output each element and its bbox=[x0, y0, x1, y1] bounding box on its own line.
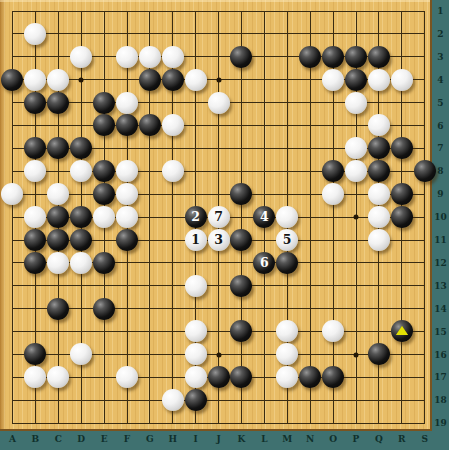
intersection-N8[interactable] bbox=[299, 160, 322, 183]
intersection-Q14[interactable] bbox=[367, 297, 390, 320]
intersection-G1[interactable] bbox=[138, 0, 161, 22]
intersection-Q10[interactable] bbox=[367, 206, 390, 229]
intersection-O4[interactable] bbox=[322, 68, 345, 91]
intersection-D18[interactable] bbox=[70, 389, 93, 412]
stone-black-K3[interactable] bbox=[230, 46, 252, 68]
intersection-M13[interactable] bbox=[276, 274, 299, 297]
intersection-G4[interactable] bbox=[138, 68, 161, 91]
intersection-K18[interactable] bbox=[230, 389, 253, 412]
stone-white-F9[interactable] bbox=[116, 183, 138, 205]
intersection-M18[interactable] bbox=[276, 389, 299, 412]
intersection-E16[interactable] bbox=[93, 343, 116, 366]
intersection-F7[interactable] bbox=[116, 137, 139, 160]
intersection-I10[interactable]: 2 bbox=[184, 206, 207, 229]
intersection-R16[interactable] bbox=[390, 343, 413, 366]
intersection-F1[interactable] bbox=[116, 0, 139, 22]
intersection-C5[interactable] bbox=[47, 91, 70, 114]
intersection-B4[interactable] bbox=[24, 68, 47, 91]
intersection-O17[interactable] bbox=[322, 366, 345, 389]
intersection-K10[interactable] bbox=[230, 206, 253, 229]
intersection-H14[interactable] bbox=[161, 297, 184, 320]
intersection-E6[interactable] bbox=[93, 114, 116, 137]
intersection-R15[interactable] bbox=[390, 320, 413, 343]
intersection-D14[interactable] bbox=[70, 297, 93, 320]
intersection-L2[interactable] bbox=[253, 22, 276, 45]
intersection-Q4[interactable] bbox=[367, 68, 390, 91]
intersection-B12[interactable] bbox=[24, 251, 47, 274]
intersection-I11[interactable]: 1 bbox=[184, 228, 207, 251]
stone-black-C7[interactable] bbox=[47, 137, 69, 159]
intersection-Q6[interactable] bbox=[367, 114, 390, 137]
intersection-O12[interactable] bbox=[322, 251, 345, 274]
stone-white-C12[interactable] bbox=[47, 252, 69, 274]
intersection-P7[interactable] bbox=[344, 137, 367, 160]
intersection-B13[interactable] bbox=[24, 274, 47, 297]
stone-black-E8[interactable] bbox=[93, 160, 115, 182]
intersection-Q15[interactable] bbox=[367, 320, 390, 343]
intersection-A1[interactable] bbox=[1, 0, 24, 22]
intersection-L13[interactable] bbox=[253, 274, 276, 297]
intersection-R2[interactable] bbox=[390, 22, 413, 45]
intersection-F11[interactable] bbox=[116, 228, 139, 251]
stone-black-P4[interactable] bbox=[345, 69, 367, 91]
stone-black-B7[interactable] bbox=[24, 137, 46, 159]
intersection-I6[interactable] bbox=[184, 114, 207, 137]
intersection-R11[interactable] bbox=[390, 228, 413, 251]
intersection-A18[interactable] bbox=[1, 389, 24, 412]
stone-white-Q4[interactable] bbox=[368, 69, 390, 91]
stone-white-C17[interactable] bbox=[47, 366, 69, 388]
stone-white-Q10[interactable] bbox=[368, 206, 390, 228]
intersection-Q8[interactable] bbox=[367, 160, 390, 183]
stone-white-F3[interactable] bbox=[116, 46, 138, 68]
intersection-M17[interactable] bbox=[276, 366, 299, 389]
intersection-K6[interactable] bbox=[230, 114, 253, 137]
intersection-Q3[interactable] bbox=[367, 45, 390, 68]
intersection-M7[interactable] bbox=[276, 137, 299, 160]
stone-black-E12[interactable] bbox=[93, 252, 115, 274]
intersection-G7[interactable] bbox=[138, 137, 161, 160]
intersection-J1[interactable] bbox=[207, 0, 230, 22]
stone-white-E10[interactable] bbox=[93, 206, 115, 228]
intersection-E3[interactable] bbox=[93, 45, 116, 68]
intersection-I2[interactable] bbox=[184, 22, 207, 45]
intersection-E1[interactable] bbox=[93, 0, 116, 22]
intersection-H10[interactable] bbox=[161, 206, 184, 229]
intersection-H8[interactable] bbox=[161, 160, 184, 183]
intersection-F18[interactable] bbox=[116, 389, 139, 412]
intersection-D16[interactable] bbox=[70, 343, 93, 366]
intersection-C7[interactable] bbox=[47, 137, 70, 160]
intersection-C6[interactable] bbox=[47, 114, 70, 137]
intersection-E4[interactable] bbox=[93, 68, 116, 91]
intersection-J5[interactable] bbox=[207, 91, 230, 114]
intersection-M11[interactable]: 5 bbox=[276, 228, 299, 251]
intersection-J3[interactable] bbox=[207, 45, 230, 68]
intersection-C4[interactable] bbox=[47, 68, 70, 91]
intersection-N12[interactable] bbox=[299, 251, 322, 274]
intersection-C13[interactable] bbox=[47, 274, 70, 297]
intersection-F6[interactable] bbox=[116, 114, 139, 137]
intersection-Q16[interactable] bbox=[367, 343, 390, 366]
intersection-K9[interactable] bbox=[230, 183, 253, 206]
stone-white-A9[interactable] bbox=[1, 183, 23, 205]
stone-white-O9[interactable] bbox=[322, 183, 344, 205]
intersection-D11[interactable] bbox=[70, 228, 93, 251]
intersection-D10[interactable] bbox=[70, 206, 93, 229]
intersection-O18[interactable] bbox=[322, 389, 345, 412]
stone-white-P5[interactable] bbox=[345, 92, 367, 114]
stone-black-Q3[interactable] bbox=[368, 46, 390, 68]
intersection-O2[interactable] bbox=[322, 22, 345, 45]
intersection-H15[interactable] bbox=[161, 320, 184, 343]
intersection-N14[interactable] bbox=[299, 297, 322, 320]
intersection-P8[interactable] bbox=[344, 160, 367, 183]
intersection-M2[interactable] bbox=[276, 22, 299, 45]
intersection-R18[interactable] bbox=[390, 389, 413, 412]
stone-black-K13[interactable] bbox=[230, 275, 252, 297]
intersection-P11[interactable] bbox=[344, 228, 367, 251]
intersection-D13[interactable] bbox=[70, 274, 93, 297]
intersection-G11[interactable] bbox=[138, 228, 161, 251]
intersection-L18[interactable] bbox=[253, 389, 276, 412]
intersection-P13[interactable] bbox=[344, 274, 367, 297]
intersection-D1[interactable] bbox=[70, 0, 93, 22]
intersection-E17[interactable] bbox=[93, 366, 116, 389]
intersection-E7[interactable] bbox=[93, 137, 116, 160]
intersection-D2[interactable] bbox=[70, 22, 93, 45]
intersection-I15[interactable] bbox=[184, 320, 207, 343]
intersection-H7[interactable] bbox=[161, 137, 184, 160]
intersection-J12[interactable] bbox=[207, 251, 230, 274]
intersection-A2[interactable] bbox=[1, 22, 24, 45]
intersection-I1[interactable] bbox=[184, 0, 207, 22]
stone-black-R7[interactable] bbox=[391, 137, 413, 159]
intersection-B10[interactable] bbox=[24, 206, 47, 229]
intersection-L12[interactable]: 6 bbox=[253, 251, 276, 274]
stone-white-H3[interactable] bbox=[162, 46, 184, 68]
stone-white-J11[interactable]: 3 bbox=[208, 229, 230, 251]
intersection-B18[interactable] bbox=[24, 389, 47, 412]
intersection-H17[interactable] bbox=[161, 366, 184, 389]
stone-white-M11[interactable]: 5 bbox=[276, 229, 298, 251]
stone-black-P3[interactable] bbox=[345, 46, 367, 68]
intersection-L9[interactable] bbox=[253, 183, 276, 206]
intersection-B16[interactable] bbox=[24, 343, 47, 366]
intersection-O8[interactable] bbox=[322, 160, 345, 183]
intersection-D4[interactable] bbox=[70, 68, 93, 91]
stone-black-G6[interactable] bbox=[139, 114, 161, 136]
intersection-B14[interactable] bbox=[24, 297, 47, 320]
intersection-F4[interactable] bbox=[116, 68, 139, 91]
intersection-E10[interactable] bbox=[93, 206, 116, 229]
intersection-A9[interactable] bbox=[1, 183, 24, 206]
intersection-B1[interactable] bbox=[24, 0, 47, 22]
intersection-D12[interactable] bbox=[70, 251, 93, 274]
intersection-O3[interactable] bbox=[322, 45, 345, 68]
stone-white-P8[interactable] bbox=[345, 160, 367, 182]
intersection-F14[interactable] bbox=[116, 297, 139, 320]
intersection-B15[interactable] bbox=[24, 320, 47, 343]
intersection-J9[interactable] bbox=[207, 183, 230, 206]
stone-white-F5[interactable] bbox=[116, 92, 138, 114]
intersection-C12[interactable] bbox=[47, 251, 70, 274]
intersection-G5[interactable] bbox=[138, 91, 161, 114]
intersection-K14[interactable] bbox=[230, 297, 253, 320]
stone-white-Q9[interactable] bbox=[368, 183, 390, 205]
intersection-Q5[interactable] bbox=[367, 91, 390, 114]
intersection-N9[interactable] bbox=[299, 183, 322, 206]
intersection-Q9[interactable] bbox=[367, 183, 390, 206]
stone-white-C4[interactable] bbox=[47, 69, 69, 91]
intersection-N4[interactable] bbox=[299, 68, 322, 91]
stone-white-M17[interactable] bbox=[276, 366, 298, 388]
intersection-L5[interactable] bbox=[253, 91, 276, 114]
intersection-F12[interactable] bbox=[116, 251, 139, 274]
intersection-K17[interactable] bbox=[230, 366, 253, 389]
intersection-M8[interactable] bbox=[276, 160, 299, 183]
stone-white-H6[interactable] bbox=[162, 114, 184, 136]
stone-white-I13[interactable] bbox=[185, 275, 207, 297]
stone-white-O4[interactable] bbox=[322, 69, 344, 91]
stone-black-O8[interactable] bbox=[322, 160, 344, 182]
intersection-G8[interactable] bbox=[138, 160, 161, 183]
intersection-C17[interactable] bbox=[47, 366, 70, 389]
intersection-B3[interactable] bbox=[24, 45, 47, 68]
intersection-A16[interactable] bbox=[1, 343, 24, 366]
intersection-N5[interactable] bbox=[299, 91, 322, 114]
intersection-J11[interactable]: 3 bbox=[207, 228, 230, 251]
intersection-H9[interactable] bbox=[161, 183, 184, 206]
intersection-G14[interactable] bbox=[138, 297, 161, 320]
stone-white-F8[interactable] bbox=[116, 160, 138, 182]
intersection-N7[interactable] bbox=[299, 137, 322, 160]
stone-black-F11[interactable] bbox=[116, 229, 138, 251]
intersection-R1[interactable] bbox=[390, 0, 413, 22]
intersection-B8[interactable] bbox=[24, 160, 47, 183]
intersection-F3[interactable] bbox=[116, 45, 139, 68]
intersection-F17[interactable] bbox=[116, 366, 139, 389]
intersection-R6[interactable] bbox=[390, 114, 413, 137]
intersection-O1[interactable] bbox=[322, 0, 345, 22]
intersection-F2[interactable] bbox=[116, 22, 139, 45]
stone-black-E5[interactable] bbox=[93, 92, 115, 114]
intersection-K11[interactable] bbox=[230, 228, 253, 251]
intersection-N2[interactable] bbox=[299, 22, 322, 45]
intersection-P1[interactable] bbox=[344, 0, 367, 22]
intersection-I14[interactable] bbox=[184, 297, 207, 320]
intersection-R5[interactable] bbox=[390, 91, 413, 114]
intersection-R3[interactable] bbox=[390, 45, 413, 68]
intersection-L1[interactable] bbox=[253, 0, 276, 22]
intersection-H13[interactable] bbox=[161, 274, 184, 297]
intersection-P10[interactable] bbox=[344, 206, 367, 229]
stone-black-B16[interactable] bbox=[24, 343, 46, 365]
intersection-I7[interactable] bbox=[184, 137, 207, 160]
intersection-J13[interactable] bbox=[207, 274, 230, 297]
intersection-P6[interactable] bbox=[344, 114, 367, 137]
intersection-F10[interactable] bbox=[116, 206, 139, 229]
stone-white-D16[interactable] bbox=[70, 343, 92, 365]
intersection-G16[interactable] bbox=[138, 343, 161, 366]
intersection-D5[interactable] bbox=[70, 91, 93, 114]
intersection-A5[interactable] bbox=[1, 91, 24, 114]
intersection-B6[interactable] bbox=[24, 114, 47, 137]
intersection-P4[interactable] bbox=[344, 68, 367, 91]
stone-white-H18[interactable] bbox=[162, 389, 184, 411]
stone-black-K9[interactable] bbox=[230, 183, 252, 205]
stone-white-I16[interactable] bbox=[185, 343, 207, 365]
intersection-L14[interactable] bbox=[253, 297, 276, 320]
stone-white-R4[interactable] bbox=[391, 69, 413, 91]
intersection-K1[interactable] bbox=[230, 0, 253, 22]
intersection-N16[interactable] bbox=[299, 343, 322, 366]
stone-white-M16[interactable] bbox=[276, 343, 298, 365]
intersection-J7[interactable] bbox=[207, 137, 230, 160]
intersection-J18[interactable] bbox=[207, 389, 230, 412]
intersection-M10[interactable] bbox=[276, 206, 299, 229]
stone-black-K11[interactable] bbox=[230, 229, 252, 251]
intersection-A4[interactable] bbox=[1, 68, 24, 91]
intersection-Q17[interactable] bbox=[367, 366, 390, 389]
intersection-B7[interactable] bbox=[24, 137, 47, 160]
intersection-C8[interactable] bbox=[47, 160, 70, 183]
intersection-P15[interactable] bbox=[344, 320, 367, 343]
intersection-G12[interactable] bbox=[138, 251, 161, 274]
intersection-E15[interactable] bbox=[93, 320, 116, 343]
intersection-K8[interactable] bbox=[230, 160, 253, 183]
intersection-E5[interactable] bbox=[93, 91, 116, 114]
intersection-I13[interactable] bbox=[184, 274, 207, 297]
intersection-L6[interactable] bbox=[253, 114, 276, 137]
stone-black-Q16[interactable] bbox=[368, 343, 390, 365]
intersection-A8[interactable] bbox=[1, 160, 24, 183]
intersection-H4[interactable] bbox=[161, 68, 184, 91]
intersection-O15[interactable] bbox=[322, 320, 345, 343]
intersection-E11[interactable] bbox=[93, 228, 116, 251]
intersection-R7[interactable] bbox=[390, 137, 413, 160]
intersection-N11[interactable] bbox=[299, 228, 322, 251]
intersection-N3[interactable] bbox=[299, 45, 322, 68]
intersection-I17[interactable] bbox=[184, 366, 207, 389]
stone-black-M12[interactable] bbox=[276, 252, 298, 274]
intersection-O6[interactable] bbox=[322, 114, 345, 137]
stone-white-Q11[interactable] bbox=[368, 229, 390, 251]
board-grid[interactable]: 2741356 bbox=[1, 0, 436, 434]
intersection-F15[interactable] bbox=[116, 320, 139, 343]
intersection-M9[interactable] bbox=[276, 183, 299, 206]
stone-white-B10[interactable] bbox=[24, 206, 46, 228]
intersection-E12[interactable] bbox=[93, 251, 116, 274]
intersection-I9[interactable] bbox=[184, 183, 207, 206]
stone-black-O3[interactable] bbox=[322, 46, 344, 68]
intersection-Q18[interactable] bbox=[367, 389, 390, 412]
intersection-O11[interactable] bbox=[322, 228, 345, 251]
intersection-O16[interactable] bbox=[322, 343, 345, 366]
intersection-G2[interactable] bbox=[138, 22, 161, 45]
intersection-H2[interactable] bbox=[161, 22, 184, 45]
intersection-C2[interactable] bbox=[47, 22, 70, 45]
intersection-F13[interactable] bbox=[116, 274, 139, 297]
stone-black-O17[interactable] bbox=[322, 366, 344, 388]
intersection-G9[interactable] bbox=[138, 183, 161, 206]
intersection-R17[interactable] bbox=[390, 366, 413, 389]
stone-white-J5[interactable] bbox=[208, 92, 230, 114]
intersection-F5[interactable] bbox=[116, 91, 139, 114]
stone-black-E14[interactable] bbox=[93, 298, 115, 320]
intersection-R13[interactable] bbox=[390, 274, 413, 297]
intersection-L11[interactable] bbox=[253, 228, 276, 251]
intersection-A7[interactable] bbox=[1, 137, 24, 160]
intersection-R10[interactable] bbox=[390, 206, 413, 229]
intersection-B2[interactable] bbox=[24, 22, 47, 45]
stone-white-I11[interactable]: 1 bbox=[185, 229, 207, 251]
intersection-N1[interactable] bbox=[299, 0, 322, 22]
intersection-P2[interactable] bbox=[344, 22, 367, 45]
intersection-O7[interactable] bbox=[322, 137, 345, 160]
intersection-C16[interactable] bbox=[47, 343, 70, 366]
intersection-O14[interactable] bbox=[322, 297, 345, 320]
intersection-B9[interactable] bbox=[24, 183, 47, 206]
intersection-F16[interactable] bbox=[116, 343, 139, 366]
intersection-L7[interactable] bbox=[253, 137, 276, 160]
intersection-I5[interactable] bbox=[184, 91, 207, 114]
intersection-B17[interactable] bbox=[24, 366, 47, 389]
intersection-H6[interactable] bbox=[161, 114, 184, 137]
stone-white-D8[interactable] bbox=[70, 160, 92, 182]
intersection-I12[interactable] bbox=[184, 251, 207, 274]
intersection-M6[interactable] bbox=[276, 114, 299, 137]
intersection-B5[interactable] bbox=[24, 91, 47, 114]
intersection-C15[interactable] bbox=[47, 320, 70, 343]
intersection-F9[interactable] bbox=[116, 183, 139, 206]
intersection-C1[interactable] bbox=[47, 0, 70, 22]
intersection-H18[interactable] bbox=[161, 389, 184, 412]
intersection-D3[interactable] bbox=[70, 45, 93, 68]
intersection-R4[interactable] bbox=[390, 68, 413, 91]
intersection-J16[interactable] bbox=[207, 343, 230, 366]
intersection-K13[interactable] bbox=[230, 274, 253, 297]
intersection-L3[interactable] bbox=[253, 45, 276, 68]
stone-white-D12[interactable] bbox=[70, 252, 92, 274]
intersection-L16[interactable] bbox=[253, 343, 276, 366]
stone-white-G3[interactable] bbox=[139, 46, 161, 68]
intersection-K12[interactable] bbox=[230, 251, 253, 274]
intersection-H16[interactable] bbox=[161, 343, 184, 366]
stone-white-B17[interactable] bbox=[24, 366, 46, 388]
intersection-R14[interactable] bbox=[390, 297, 413, 320]
intersection-M5[interactable] bbox=[276, 91, 299, 114]
intersection-D7[interactable] bbox=[70, 137, 93, 160]
intersection-P17[interactable] bbox=[344, 366, 367, 389]
stone-white-H8[interactable] bbox=[162, 160, 184, 182]
stone-white-C9[interactable] bbox=[47, 183, 69, 205]
stone-black-K17[interactable] bbox=[230, 366, 252, 388]
intersection-K4[interactable] bbox=[230, 68, 253, 91]
intersection-M1[interactable] bbox=[276, 0, 299, 22]
intersection-O10[interactable] bbox=[322, 206, 345, 229]
intersection-G10[interactable] bbox=[138, 206, 161, 229]
stone-black-E6[interactable] bbox=[93, 114, 115, 136]
intersection-C10[interactable] bbox=[47, 206, 70, 229]
stone-black-Q7[interactable] bbox=[368, 137, 390, 159]
intersection-N17[interactable] bbox=[299, 366, 322, 389]
stone-black-C11[interactable] bbox=[47, 229, 69, 251]
stone-white-B8[interactable] bbox=[24, 160, 46, 182]
intersection-B11[interactable] bbox=[24, 228, 47, 251]
stone-black-N17[interactable] bbox=[299, 366, 321, 388]
intersection-J4[interactable] bbox=[207, 68, 230, 91]
